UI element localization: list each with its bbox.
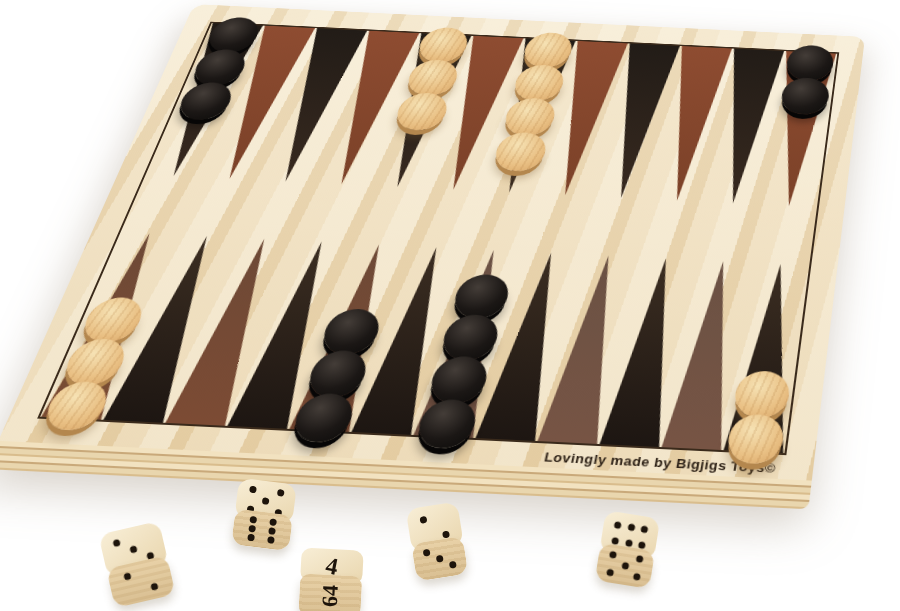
die-pip [627, 524, 635, 532]
checker-black[interactable] [438, 314, 502, 362]
die-1[interactable] [98, 521, 175, 608]
die-pip [633, 573, 641, 581]
checker-wood[interactable] [510, 64, 566, 102]
die-2-front-face [231, 508, 293, 551]
doubling-cube[interactable]: 4 64 [298, 547, 363, 611]
die-pip [248, 525, 256, 533]
checker-black[interactable] [317, 308, 384, 356]
die-pip [612, 537, 620, 545]
die-pip [625, 539, 633, 547]
die-4[interactable] [595, 510, 660, 589]
die-pip [277, 489, 285, 497]
die-pip [247, 534, 255, 542]
die-3[interactable] [406, 501, 469, 581]
die-pip [123, 572, 131, 580]
die-pip [129, 545, 137, 553]
checker-black[interactable] [779, 77, 831, 116]
die-pip [269, 527, 277, 535]
backgammon-board: Lovingly made by Bigjigs Toys© [22, 0, 900, 526]
bottom-points-row [40, 232, 809, 453]
checker-wood[interactable] [392, 92, 451, 132]
backgammon-photo-scene: Lovingly made by Bigjigs Toys© 4 64 [0, 0, 900, 611]
die-pip [609, 551, 617, 559]
checker-black[interactable] [413, 398, 480, 449]
checker-wood[interactable] [501, 97, 559, 137]
die-pip [267, 537, 275, 545]
die-pip [436, 555, 444, 563]
die-pip [113, 539, 121, 547]
die-pip [419, 516, 427, 524]
top-points-row [146, 23, 838, 207]
die-pip [151, 582, 159, 590]
checker-wood[interactable] [403, 59, 461, 97]
die-3-front-face [411, 536, 468, 582]
board-surface: Lovingly made by Bigjigs Toys© [0, 4, 865, 481]
die-4-front-face [595, 543, 655, 589]
checker-black[interactable] [288, 392, 358, 443]
die-pip [614, 522, 622, 530]
checker-wood[interactable] [491, 131, 550, 172]
die-pip [449, 561, 457, 569]
die-pip [270, 518, 278, 526]
die-pip [249, 486, 257, 494]
playing-area [37, 22, 839, 456]
die-pip [606, 569, 614, 577]
die-pip [262, 497, 270, 505]
doubling-cube-front-face: 64 [298, 573, 362, 611]
die-pip [640, 526, 648, 534]
die-pip [249, 515, 257, 523]
die-pip [422, 548, 430, 556]
doubling-cube-front-value: 64 [317, 584, 344, 607]
die-pip [635, 555, 643, 563]
die-pip [638, 541, 646, 549]
checker-black[interactable] [449, 273, 512, 319]
die-2[interactable] [231, 478, 297, 552]
die-pip [621, 562, 629, 570]
checker-wood[interactable] [39, 380, 114, 431]
